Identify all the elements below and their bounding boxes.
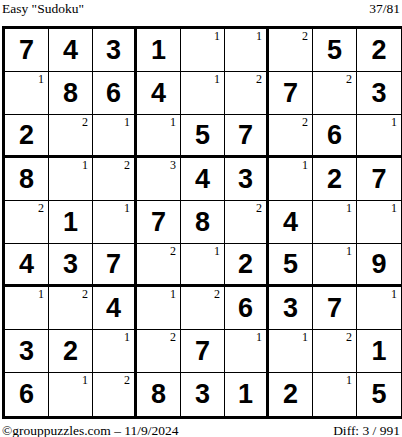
cell-r7c5[interactable]: 2: [181, 287, 225, 330]
given-digit: 7: [238, 122, 253, 149]
cell-r6c8[interactable]: 1: [313, 244, 357, 287]
cell-r7c1[interactable]: 1: [5, 287, 49, 330]
pencil-mark: 2: [124, 159, 130, 171]
pencil-mark: 2: [170, 245, 176, 257]
cell-r2c8[interactable]: 2: [313, 72, 357, 115]
cell-r9c7[interactable]: 2: [269, 373, 313, 416]
cell-r8c8[interactable]: 2: [313, 330, 357, 373]
copyright-text: ©grouppuzzles.com – 11/9/2024: [2, 423, 179, 437]
pencil-mark: 2: [214, 288, 220, 300]
pencil-mark: 2: [170, 331, 176, 343]
pencil-mark: 2: [38, 202, 44, 214]
cell-r2c4[interactable]: 4: [137, 72, 181, 115]
pencil-mark: 1: [38, 288, 44, 300]
cell-r9c9[interactable]: 5: [357, 373, 401, 416]
cell-r8c2[interactable]: 2: [49, 330, 93, 373]
cell-r5c9[interactable]: 1: [357, 201, 401, 244]
cell-r5c4[interactable]: 7: [137, 201, 181, 244]
given-digit: 8: [151, 381, 166, 408]
cell-r4c3[interactable]: 2: [93, 158, 137, 201]
cell-r6c1[interactable]: 4: [5, 244, 49, 287]
given-digit: 4: [283, 209, 298, 236]
cell-r4c4[interactable]: 3: [137, 158, 181, 201]
cell-r6c7[interactable]: 5: [269, 244, 313, 287]
cell-r4c8[interactable]: 2: [313, 158, 357, 201]
pencil-mark: 1: [38, 73, 44, 85]
pencil-mark: 1: [346, 374, 352, 386]
given-digit: 6: [327, 122, 342, 149]
pencil-mark: 2: [256, 202, 262, 214]
pencil-mark: 1: [256, 30, 262, 42]
given-digit: 2: [327, 166, 342, 193]
cell-r3c4[interactable]: 1: [137, 115, 181, 158]
cell-r3c3[interactable]: 1: [93, 115, 137, 158]
cell-r1c3[interactable]: 3: [93, 29, 137, 72]
cell-r6c3[interactable]: 7: [93, 244, 137, 287]
cell-r2c1[interactable]: 1: [5, 72, 49, 115]
given-digit: 7: [327, 295, 342, 322]
cell-r8c9[interactable]: 1: [357, 330, 401, 373]
given-digit: 4: [63, 37, 78, 64]
cell-r8c3[interactable]: 1: [93, 330, 137, 373]
given-digit: 7: [106, 251, 121, 278]
cell-r1c1[interactable]: 7: [5, 29, 49, 72]
cell-r7c9[interactable]: 1: [357, 287, 401, 330]
pencil-mark: 2: [82, 116, 88, 128]
pencil-mark: 2: [256, 73, 262, 85]
cell-r9c2[interactable]: 1: [49, 373, 93, 416]
cell-r1c2[interactable]: 4: [49, 29, 93, 72]
given-digit: 7: [151, 209, 166, 236]
pencil-mark: 1: [391, 202, 397, 214]
sudoku-board: 7431112521864127232211572618123431272117…: [2, 26, 402, 419]
cell-r9c1[interactable]: 6: [5, 373, 49, 416]
given-digit: 3: [106, 37, 121, 64]
cell-r1c9[interactable]: 2: [357, 29, 401, 72]
pencil-mark: 2: [82, 288, 88, 300]
pencil-mark: 1: [82, 159, 88, 171]
cell-r3c5[interactable]: 5: [181, 115, 225, 158]
given-digit: 3: [371, 80, 386, 107]
cell-r1c7[interactable]: 2: [269, 29, 313, 72]
given-digit: 5: [195, 122, 210, 149]
given-digit: 2: [283, 381, 298, 408]
pencil-mark: 2: [346, 331, 352, 343]
cell-r5c8[interactable]: 1: [313, 201, 357, 244]
given-digit: 3: [238, 166, 253, 193]
cell-r1c6[interactable]: 1: [225, 29, 269, 72]
cell-r8c4[interactable]: 2: [137, 330, 181, 373]
cell-r9c5[interactable]: 3: [181, 373, 225, 416]
cell-r5c3[interactable]: 1: [93, 201, 137, 244]
given-digit: 1: [63, 209, 78, 236]
cell-r8c5[interactable]: 7: [181, 330, 225, 373]
cell-r6c2[interactable]: 3: [49, 244, 93, 287]
pencil-mark: 1: [346, 245, 352, 257]
pencil-mark: 1: [391, 116, 397, 128]
given-digit: 4: [106, 295, 121, 322]
cell-r7c6[interactable]: 6: [225, 287, 269, 330]
given-digit: 2: [371, 37, 386, 64]
given-digit: 7: [19, 37, 34, 64]
cell-r3c6[interactable]: 7: [225, 115, 269, 158]
cell-r5c6[interactable]: 2: [225, 201, 269, 244]
given-digit: 1: [151, 37, 166, 64]
cell-r4c2[interactable]: 1: [49, 158, 93, 201]
cell-r1c5[interactable]: 1: [181, 29, 225, 72]
pencil-mark: 1: [302, 159, 308, 171]
cell-r4c5[interactable]: 4: [181, 158, 225, 201]
pencil-mark: 2: [346, 73, 352, 85]
cell-r7c7[interactable]: 3: [269, 287, 313, 330]
cell-r4c7[interactable]: 1: [269, 158, 313, 201]
cell-r6c5[interactable]: 1: [181, 244, 225, 287]
pencil-mark: 1: [302, 331, 308, 343]
cell-r8c6[interactable]: 1: [225, 330, 269, 373]
given-digit: 4: [195, 166, 210, 193]
header: Easy "Sudoku" 37/81: [0, 0, 402, 26]
cell-r4c9[interactable]: 7: [357, 158, 401, 201]
pencil-mark: 2: [302, 116, 308, 128]
difficulty-text: Diff: 3 / 991: [333, 423, 400, 437]
given-digit: 5: [371, 381, 386, 408]
pencil-mark: 2: [302, 30, 308, 42]
given-digit: 2: [63, 338, 78, 365]
given-digit: 2: [238, 251, 253, 278]
pencil-mark: 1: [346, 202, 352, 214]
pencil-mark: 1: [170, 116, 176, 128]
cell-r3c7[interactable]: 2: [269, 115, 313, 158]
cell-r5c7[interactable]: 4: [269, 201, 313, 244]
cell-r8c1[interactable]: 3: [5, 330, 49, 373]
pencil-mark: 3: [170, 159, 176, 171]
cell-r9c4[interactable]: 8: [137, 373, 181, 416]
cell-r2c3[interactable]: 6: [93, 72, 137, 115]
pencil-mark: 1: [214, 245, 220, 257]
cell-r2c6[interactable]: 2: [225, 72, 269, 115]
cell-r6c4[interactable]: 2: [137, 244, 181, 287]
cell-r4c1[interactable]: 8: [5, 158, 49, 201]
cell-r2c9[interactable]: 3: [357, 72, 401, 115]
cell-r2c5[interactable]: 1: [181, 72, 225, 115]
given-digit: 3: [195, 381, 210, 408]
cell-r1c8[interactable]: 5: [313, 29, 357, 72]
cell-r3c8[interactable]: 6: [313, 115, 357, 158]
cell-r4c6[interactable]: 3: [225, 158, 269, 201]
given-digit: 6: [106, 80, 121, 107]
given-digit: 8: [63, 80, 78, 107]
cell-r7c8[interactable]: 7: [313, 287, 357, 330]
given-digit: 2: [19, 122, 34, 149]
cell-r2c7[interactable]: 7: [269, 72, 313, 115]
given-digit: 7: [283, 80, 298, 107]
given-digit: 3: [63, 251, 78, 278]
cell-r7c2[interactable]: 2: [49, 287, 93, 330]
cell-r5c2[interactable]: 1: [49, 201, 93, 244]
cell-r8c7[interactable]: 1: [269, 330, 313, 373]
given-digit: 1: [238, 381, 253, 408]
pencil-mark: 1: [391, 288, 397, 300]
pencil-mark: 1: [214, 30, 220, 42]
given-digit: 1: [371, 338, 386, 365]
cell-r7c4[interactable]: 1: [137, 287, 181, 330]
given-digit: 9: [371, 251, 386, 278]
cell-r9c8[interactable]: 1: [313, 373, 357, 416]
pencil-mark: 1: [124, 202, 130, 214]
given-digit: 6: [19, 381, 34, 408]
cell-counter: 37/81: [369, 1, 400, 16]
cell-r3c9[interactable]: 1: [357, 115, 401, 158]
pencil-mark: 1: [124, 331, 130, 343]
given-digit: 6: [238, 295, 253, 322]
pencil-mark: 1: [214, 73, 220, 85]
pencil-mark: 1: [170, 288, 176, 300]
pencil-mark: 1: [256, 331, 262, 343]
cell-r5c5[interactable]: 8: [181, 201, 225, 244]
cell-r6c9[interactable]: 9: [357, 244, 401, 287]
given-digit: 5: [327, 37, 342, 64]
cell-r9c6[interactable]: 1: [225, 373, 269, 416]
given-digit: 7: [371, 166, 386, 193]
footer: ©grouppuzzles.com – 11/9/2024 Diff: 3 / …: [0, 419, 402, 437]
cell-r1c4[interactable]: 1: [137, 29, 181, 72]
given-digit: 5: [283, 251, 298, 278]
cell-r3c1[interactable]: 2: [5, 115, 49, 158]
pencil-mark: 2: [124, 374, 130, 386]
cell-r2c2[interactable]: 8: [49, 72, 93, 115]
given-digit: 4: [19, 251, 34, 278]
cell-r9c3[interactable]: 2: [93, 373, 137, 416]
given-digit: 8: [195, 209, 210, 236]
cell-r5c1[interactable]: 2: [5, 201, 49, 244]
puzzle-title: Easy "Sudoku": [2, 1, 84, 16]
given-digit: 8: [19, 166, 34, 193]
cell-r7c3[interactable]: 4: [93, 287, 137, 330]
given-digit: 7: [195, 338, 210, 365]
pencil-mark: 1: [124, 116, 130, 128]
given-digit: 3: [283, 295, 298, 322]
given-digit: 4: [151, 80, 166, 107]
cell-r6c6[interactable]: 2: [225, 244, 269, 287]
pencil-mark: 1: [82, 374, 88, 386]
cell-r3c2[interactable]: 2: [49, 115, 93, 158]
given-digit: 3: [19, 338, 34, 365]
